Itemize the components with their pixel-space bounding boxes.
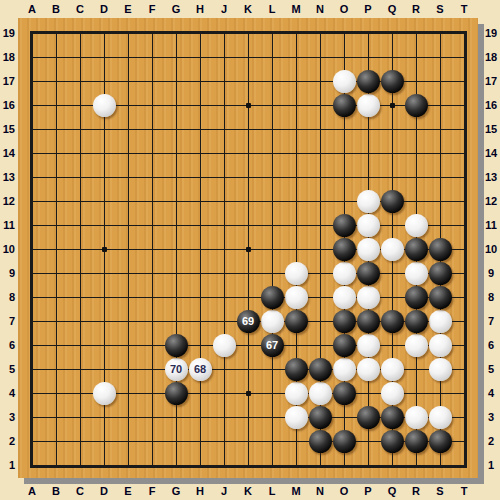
- star-point: [246, 247, 251, 252]
- coord-label: 14: [0, 146, 15, 160]
- stone-white-M3: [285, 406, 308, 429]
- stone-white-D16: [93, 94, 116, 117]
- stone-white-R9: [405, 262, 428, 285]
- coord-label: G: [168, 484, 184, 498]
- coord-label: G: [168, 2, 184, 16]
- coord-label: 17: [0, 74, 15, 88]
- stone-black-P9: [357, 262, 380, 285]
- coord-label: M: [288, 484, 304, 498]
- stone-black-Q3: [381, 406, 404, 429]
- stone-white-O5: [333, 358, 356, 381]
- stone-black-R2: [405, 430, 428, 453]
- stone-white-S7: [429, 310, 452, 333]
- coord-label: B: [48, 2, 64, 16]
- stone-black-O7: [333, 310, 356, 333]
- coord-label: 16: [0, 98, 15, 112]
- stone-black-M5: [285, 358, 308, 381]
- goban[interactable]: 70686967: [18, 18, 478, 478]
- coord-label: J: [216, 2, 232, 16]
- coord-label: P: [360, 2, 376, 16]
- stone-black-P3: [357, 406, 380, 429]
- coord-label: 11: [0, 218, 15, 232]
- coord-label: F: [144, 2, 160, 16]
- stone-white-P5: [357, 358, 380, 381]
- coord-label: 5: [483, 362, 499, 376]
- stone-white-P10: [357, 238, 380, 261]
- stone-black-G4: [165, 382, 188, 405]
- goban-panel: ABCDEFGHJKLMNOPQRST ABCDEFGHJKLMNOPQRST …: [0, 0, 500, 500]
- stone-white-S6: [429, 334, 452, 357]
- coord-label: 3: [0, 410, 15, 424]
- stone-white-S5: [429, 358, 452, 381]
- coord-label: C: [72, 2, 88, 16]
- stone-white-S3: [429, 406, 452, 429]
- move-number-label: 69: [242, 316, 254, 327]
- coord-label: R: [408, 2, 424, 16]
- coord-label: R: [408, 484, 424, 498]
- coord-label: C: [72, 484, 88, 498]
- coord-label: T: [456, 2, 472, 16]
- move-number-label: 68: [194, 364, 206, 375]
- star-point: [246, 103, 251, 108]
- coord-label: 2: [483, 434, 499, 448]
- coord-label: 16: [483, 98, 499, 112]
- coord-label: 8: [483, 290, 499, 304]
- coord-label: F: [144, 484, 160, 498]
- stone-black-O4: [333, 382, 356, 405]
- coord-label: N: [312, 2, 328, 16]
- coord-label: E: [120, 2, 136, 16]
- stone-black-S10: [429, 238, 452, 261]
- coord-label: K: [240, 484, 256, 498]
- coord-label: 13: [0, 170, 15, 184]
- stone-black-S8: [429, 286, 452, 309]
- stone-white-D4: [93, 382, 116, 405]
- coord-label: D: [96, 2, 112, 16]
- coord-label: 2: [0, 434, 15, 448]
- stone-white-O17: [333, 70, 356, 93]
- stone-black-P17: [357, 70, 380, 93]
- stone-black-R8: [405, 286, 428, 309]
- stone-white-P6: [357, 334, 380, 357]
- coord-label: L: [264, 2, 280, 16]
- coord-label: 19: [0, 26, 15, 40]
- star-point: [102, 247, 107, 252]
- coord-label: M: [288, 2, 304, 16]
- coord-label: 6: [483, 338, 499, 352]
- stone-black-S2: [429, 430, 452, 453]
- coord-label: 14: [483, 146, 499, 160]
- stone-black-L8: [261, 286, 284, 309]
- stone-white-P11: [357, 214, 380, 237]
- stone-white-P16: [357, 94, 380, 117]
- coord-label: 7: [0, 314, 15, 328]
- coord-label: S: [432, 484, 448, 498]
- stone-white-M9: [285, 262, 308, 285]
- coord-label: K: [240, 2, 256, 16]
- coord-label: B: [48, 484, 64, 498]
- stone-white-P8: [357, 286, 380, 309]
- coord-label: 7: [483, 314, 499, 328]
- stone-black-O2: [333, 430, 356, 453]
- coord-label: T: [456, 484, 472, 498]
- stone-white-Q5: [381, 358, 404, 381]
- coord-label: 8: [0, 290, 15, 304]
- coord-label: 4: [483, 386, 499, 400]
- coord-label: 6: [0, 338, 15, 352]
- coord-label: 5: [0, 362, 15, 376]
- coord-label: Q: [384, 2, 400, 16]
- coord-label: 19: [483, 26, 499, 40]
- coord-label: D: [96, 484, 112, 498]
- coord-label: A: [24, 2, 40, 16]
- stone-white-P12: [357, 190, 380, 213]
- stone-black-Q2: [381, 430, 404, 453]
- stone-black-R7: [405, 310, 428, 333]
- coord-label: A: [24, 484, 40, 498]
- coord-label: O: [336, 484, 352, 498]
- stone-black-O6: [333, 334, 356, 357]
- coord-label: H: [192, 484, 208, 498]
- stone-black-P7: [357, 310, 380, 333]
- coord-label: S: [432, 2, 448, 16]
- coord-label: 10: [483, 242, 499, 256]
- coord-label: 12: [0, 194, 15, 208]
- coord-label: 17: [483, 74, 499, 88]
- coord-label: 9: [483, 266, 499, 280]
- stone-black-O16: [333, 94, 356, 117]
- coord-label: 9: [0, 266, 15, 280]
- coord-label: L: [264, 484, 280, 498]
- coord-label: 11: [483, 218, 499, 232]
- stone-black-S9: [429, 262, 452, 285]
- star-point: [390, 103, 395, 108]
- stone-black-L6: 67: [261, 334, 284, 357]
- coord-label: H: [192, 2, 208, 16]
- stone-white-N4: [309, 382, 332, 405]
- stone-white-L7: [261, 310, 284, 333]
- coord-label: 15: [0, 122, 15, 136]
- coord-label: 12: [483, 194, 499, 208]
- stone-white-R3: [405, 406, 428, 429]
- stone-black-K7: 69: [237, 310, 260, 333]
- coord-label: P: [360, 484, 376, 498]
- stone-black-N3: [309, 406, 332, 429]
- stone-white-R6: [405, 334, 428, 357]
- coord-label: 15: [483, 122, 499, 136]
- stone-black-Q12: [381, 190, 404, 213]
- stone-black-N5: [309, 358, 332, 381]
- stone-white-O8: [333, 286, 356, 309]
- coord-label: N: [312, 484, 328, 498]
- stone-black-G6: [165, 334, 188, 357]
- stone-white-J6: [213, 334, 236, 357]
- stone-black-N2: [309, 430, 332, 453]
- stone-white-G5: 70: [165, 358, 188, 381]
- stone-white-R11: [405, 214, 428, 237]
- star-point: [246, 391, 251, 396]
- stone-black-O11: [333, 214, 356, 237]
- coord-label: 1: [0, 458, 15, 472]
- stone-white-Q4: [381, 382, 404, 405]
- stone-black-Q7: [381, 310, 404, 333]
- coord-label: O: [336, 2, 352, 16]
- coord-label: 3: [483, 410, 499, 424]
- coord-label: 13: [483, 170, 499, 184]
- stone-black-R16: [405, 94, 428, 117]
- coord-label: J: [216, 484, 232, 498]
- coord-label: 18: [0, 50, 15, 64]
- stone-white-Q10: [381, 238, 404, 261]
- coord-label: 18: [483, 50, 499, 64]
- stone-black-O10: [333, 238, 356, 261]
- move-number-label: 67: [266, 340, 278, 351]
- stone-white-M8: [285, 286, 308, 309]
- coord-label: 1: [483, 458, 499, 472]
- coord-label: E: [120, 484, 136, 498]
- stone-black-R10: [405, 238, 428, 261]
- stone-white-O9: [333, 262, 356, 285]
- coord-label: 10: [0, 242, 15, 256]
- coord-label: Q: [384, 484, 400, 498]
- stone-black-M7: [285, 310, 308, 333]
- move-number-label: 70: [170, 364, 182, 375]
- stone-black-Q17: [381, 70, 404, 93]
- stone-white-M4: [285, 382, 308, 405]
- stone-white-H5: 68: [189, 358, 212, 381]
- coord-label: 4: [0, 386, 15, 400]
